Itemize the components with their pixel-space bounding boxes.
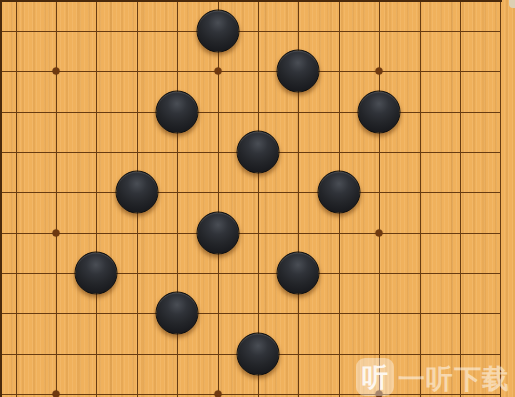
grid-vline bbox=[420, 0, 421, 397]
black-stone bbox=[317, 171, 360, 214]
star-point bbox=[376, 229, 383, 236]
grid-vline bbox=[177, 0, 178, 397]
star-point bbox=[52, 229, 59, 236]
grid-hline bbox=[0, 313, 500, 314]
black-stone bbox=[277, 50, 320, 93]
board-viewport[interactable]: 听 一听下载 bbox=[0, 0, 515, 397]
grid-vline bbox=[56, 0, 57, 397]
grid-vline bbox=[379, 0, 380, 397]
black-stone bbox=[196, 9, 239, 52]
star-point bbox=[376, 68, 383, 75]
grid-hline bbox=[0, 31, 500, 32]
grid-hline bbox=[0, 71, 500, 72]
black-stone bbox=[75, 251, 118, 294]
black-stone bbox=[236, 332, 279, 375]
black-stone bbox=[115, 171, 158, 214]
grid-vline bbox=[218, 0, 219, 397]
black-stone bbox=[277, 251, 320, 294]
black-stone bbox=[156, 292, 199, 335]
grid-vline bbox=[16, 0, 17, 397]
black-stone bbox=[196, 211, 239, 254]
grid-hline bbox=[0, 233, 500, 234]
grid-vline bbox=[500, 0, 501, 397]
star-point bbox=[214, 68, 221, 75]
grid-hline bbox=[0, 192, 500, 193]
board-grid[interactable] bbox=[0, 0, 500, 397]
board-left-edge-line bbox=[0, 0, 2, 397]
black-stone bbox=[236, 130, 279, 173]
watermark: 听 一听下载 bbox=[356, 358, 510, 397]
grid-hline bbox=[0, 112, 500, 113]
black-stone bbox=[358, 90, 401, 133]
black-stone bbox=[156, 90, 199, 133]
ui-corner-fragment bbox=[509, 0, 515, 8]
star-point bbox=[52, 390, 59, 397]
grid-vline bbox=[460, 0, 461, 397]
watermark-logo-char: 听 bbox=[362, 360, 388, 395]
grid-vline bbox=[96, 0, 97, 397]
watermark-text: 一听下载 bbox=[398, 361, 510, 397]
board-top-edge-line bbox=[0, 0, 502, 2]
star-point bbox=[214, 390, 221, 397]
watermark-logo: 听 bbox=[356, 358, 394, 396]
star-point bbox=[52, 68, 59, 75]
